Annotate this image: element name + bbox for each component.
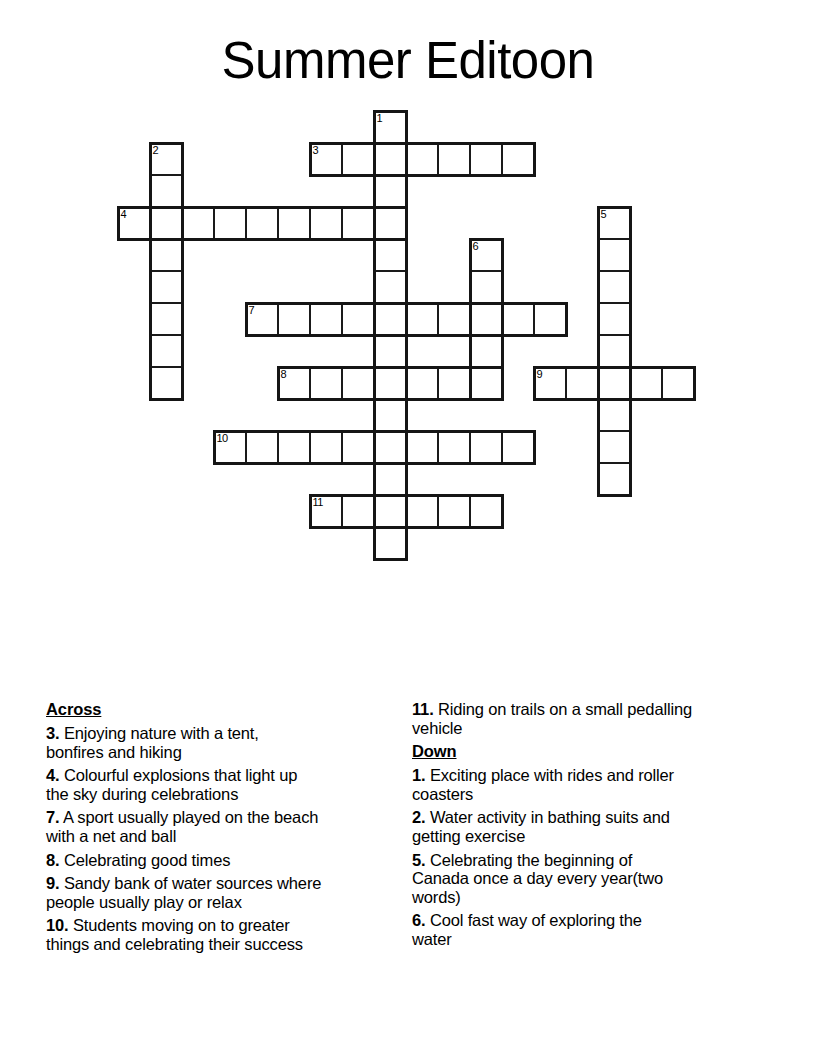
clue-4-line-2: the sky during celebrations <box>46 785 394 804</box>
grid-cell-r6c1[interactable] <box>149 302 183 336</box>
clue-number-9: 9. <box>46 874 59 892</box>
grid-cell-r1c10[interactable] <box>437 142 471 176</box>
grid-cell-r12c9[interactable] <box>405 494 439 528</box>
clue-number-3: 3. <box>46 724 59 742</box>
clue-3-line-1: 3. Enjoying nature with a tent, <box>46 724 394 743</box>
grid-cell-r11c15[interactable] <box>597 462 631 496</box>
clue-3-line-2: bonfires and hiking <box>46 743 394 762</box>
grid-cell-r6c12[interactable] <box>501 302 535 336</box>
clue-8: 8. Celebrating good times <box>46 851 394 870</box>
grid-cell-r4c8[interactable] <box>373 238 407 272</box>
grid-cell-r6c13[interactable] <box>533 302 567 336</box>
clue-2-line-2: getting exercise <box>412 827 772 846</box>
clue-5: 5. Celebrating the beginning ofCanada on… <box>412 851 772 907</box>
clue-5-line-2: Canada once a day every year(two <box>412 869 772 888</box>
clue-3: 3. Enjoying nature with a tent,bonfires … <box>46 724 394 761</box>
cell-number-8: 8 <box>281 369 287 380</box>
grid-cell-r10c9[interactable] <box>405 430 439 464</box>
grid-cell-r6c11[interactable] <box>469 302 503 336</box>
cell-number-1: 1 <box>377 113 383 124</box>
clue-number-8: 8. <box>46 851 59 869</box>
clue-10: 10. Students moving on to greaterthings … <box>46 916 394 953</box>
clue-6-line-1: 6. Cool fast way of exploring the <box>412 911 772 930</box>
clue-9: 9. Sandy bank of water sources wherepeop… <box>46 874 394 911</box>
grid-cell-r3c3[interactable] <box>213 206 247 240</box>
clue-7: 7. A sport usually played on the beachwi… <box>46 808 394 845</box>
clue-7-line-1: 7. A sport usually played on the beach <box>46 808 394 827</box>
grid-cell-r3c8[interactable] <box>373 206 407 240</box>
clue-8-line-1: 8. Celebrating good times <box>46 851 394 870</box>
grid-cell-r10c12[interactable] <box>501 430 535 464</box>
clue-4-line-1: 4. Colourful explosions that light up <box>46 766 394 785</box>
cell-number-10: 10 <box>217 433 228 444</box>
grid-cell-r6c15[interactable] <box>597 302 631 336</box>
clue-9-line-1: 9. Sandy bank of water sources where <box>46 874 394 893</box>
grid-cell-r6c8[interactable] <box>373 302 407 336</box>
grid-cell-r4c1[interactable] <box>149 238 183 272</box>
grid-cell-r5c8[interactable] <box>373 270 407 304</box>
clue-column-left: Across3. Enjoying nature with a tent,bon… <box>46 700 394 959</box>
grid-cell-r12c11[interactable] <box>469 494 503 528</box>
clue-number-5: 5. <box>412 851 425 869</box>
grid-cell-r1c12[interactable] <box>501 142 535 176</box>
clue-1-line-2: coasters <box>412 785 772 804</box>
grid-cell-r10c10[interactable] <box>437 430 471 464</box>
grid-cell-r11c8[interactable] <box>373 462 407 496</box>
grid-cell-r8c8[interactable] <box>373 366 407 400</box>
grid-cell-r10c6[interactable] <box>309 430 343 464</box>
cell-number-11: 11 <box>313 497 323 508</box>
grid-cell-r3c1[interactable] <box>149 206 183 240</box>
grid-cell-r3c2[interactable] <box>181 206 215 240</box>
worksheet-page: Summer Editoon 1234567891011 Across3. En… <box>0 0 816 1056</box>
grid-cell-r3c5[interactable] <box>277 206 311 240</box>
grid-cell-r8c9[interactable] <box>405 366 439 400</box>
grid-cell-r10c5[interactable] <box>277 430 311 464</box>
clue-number-7: 7. <box>46 808 59 826</box>
grid-cell-r2c1[interactable] <box>149 174 183 208</box>
clue-2-line-1: 2. Water activity in bathing suits and <box>412 808 772 827</box>
cell-number-3: 3 <box>313 145 319 156</box>
cell-number-5: 5 <box>601 209 607 220</box>
clue-heading-across: Across <box>46 700 394 719</box>
cell-number-4: 4 <box>121 209 127 220</box>
grid-cell-r6c7[interactable] <box>341 302 375 336</box>
clue-5-line-1: 5. Celebrating the beginning of <box>412 851 772 870</box>
grid-cell-r8c14[interactable] <box>565 366 599 400</box>
clue-number-10: 10. <box>46 916 69 934</box>
clue-column-right: 11. Riding on trails on a small pedallin… <box>412 700 772 954</box>
cell-number-2: 2 <box>153 145 159 156</box>
grid-cell-r1c7[interactable] <box>341 142 375 176</box>
grid-cell-r5c15[interactable] <box>597 270 631 304</box>
grid-cell-r4c15[interactable] <box>597 238 631 272</box>
clue-number-11: 11. <box>412 700 434 718</box>
grid-cell-r7c8[interactable] <box>373 334 407 368</box>
grid-cell-r10c4[interactable] <box>245 430 279 464</box>
clue-number-6: 6. <box>412 911 425 929</box>
grid-cell-r8c17[interactable] <box>661 366 695 400</box>
clue-1: 1. Exciting place with rides and rollerc… <box>412 766 772 803</box>
grid-cell-r8c10[interactable] <box>437 366 471 400</box>
grid-cell-r10c15[interactable] <box>597 430 631 464</box>
grid-cell-r5c1[interactable] <box>149 270 183 304</box>
grid-cell-r8c7[interactable] <box>341 366 375 400</box>
clue-10-line-1: 10. Students moving on to greater <box>46 916 394 935</box>
clue-number-4: 4. <box>46 766 59 784</box>
grid-cell-r3c4[interactable] <box>245 206 279 240</box>
grid-cell-r6c5[interactable] <box>277 302 311 336</box>
grid-cell-r2c8[interactable] <box>373 174 407 208</box>
clue-1-line-1: 1. Exciting place with rides and roller <box>412 766 772 785</box>
grid-cell-r10c7[interactable] <box>341 430 375 464</box>
grid-cell-r6c6[interactable] <box>309 302 343 336</box>
grid-cell-r9c8[interactable] <box>373 398 407 432</box>
grid-cell-r8c16[interactable] <box>629 366 663 400</box>
grid-cell-r8c15[interactable] <box>597 366 631 400</box>
clue-5-line-3: words) <box>412 888 772 907</box>
clue-6: 6. Cool fast way of exploring thewater <box>412 911 772 948</box>
clue-11: 11. Riding on trails on a small pedallin… <box>412 700 772 737</box>
grid-cell-r10c11[interactable] <box>469 430 503 464</box>
clue-heading-down: Down <box>412 742 772 761</box>
grid-cell-r12c10[interactable] <box>437 494 471 528</box>
grid-cell-r1c11[interactable] <box>469 142 503 176</box>
grid-cell-r3c7[interactable] <box>341 206 375 240</box>
grid-cell-r10c8[interactable] <box>373 430 407 464</box>
grid-cell-r1c9[interactable] <box>405 142 439 176</box>
clue-4: 4. Colourful explosions that light upthe… <box>46 766 394 803</box>
grid-cell-r6c9[interactable] <box>405 302 439 336</box>
puzzle-title: Summer Editoon <box>0 33 816 89</box>
grid-cell-r9c15[interactable] <box>597 398 631 432</box>
clue-9-line-2: people usually play or relax <box>46 893 394 912</box>
crossword-grid: 1234567891011 <box>117 110 697 562</box>
clue-7-line-2: with a net and ball <box>46 827 394 846</box>
clue-11-line-2: vehicle <box>412 719 772 738</box>
clue-2: 2. Water activity in bathing suits andge… <box>412 808 772 845</box>
grid-cell-r12c7[interactable] <box>341 494 375 528</box>
grid-cell-r3c6[interactable] <box>309 206 343 240</box>
grid-cell-r6c10[interactable] <box>437 302 471 336</box>
grid-cell-r8c1[interactable] <box>149 366 183 400</box>
grid-cell-r8c11[interactable] <box>469 366 503 400</box>
clue-number-2: 2. <box>412 808 425 826</box>
grid-cell-r7c1[interactable] <box>149 334 183 368</box>
grid-cell-r5c11[interactable] <box>469 270 503 304</box>
grid-cell-r8c6[interactable] <box>309 366 343 400</box>
grid-cell-r7c15[interactable] <box>597 334 631 368</box>
grid-cell-r1c8[interactable] <box>373 142 407 176</box>
cell-number-9: 9 <box>537 369 543 380</box>
grid-cell-r12c8[interactable] <box>373 494 407 528</box>
clue-10-line-2: things and celebrating their success <box>46 935 394 954</box>
clue-6-line-2: water <box>412 930 772 949</box>
cell-number-7: 7 <box>249 305 255 316</box>
grid-cell-r7c11[interactable] <box>469 334 503 368</box>
grid-cell-r13c8[interactable] <box>373 526 407 560</box>
clue-number-1: 1. <box>412 766 425 784</box>
cell-number-6: 6 <box>473 241 479 252</box>
clue-11-line-1: 11. Riding on trails on a small pedallin… <box>412 700 772 719</box>
